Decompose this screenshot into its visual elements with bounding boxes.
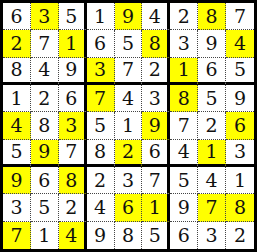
sudoku-cell-r7c2[interactable]: 6 [31,167,59,194]
sudoku-cell-r1c2[interactable]: 3 [31,3,59,30]
sudoku-cell-r4c1[interactable]: 1 [3,85,31,112]
sudoku-cell-r6c7[interactable]: 4 [170,140,198,167]
sudoku-cell-r8c5[interactable]: 6 [115,194,143,221]
sudoku-cell-r9c2[interactable]: 1 [31,222,59,249]
sudoku-cell-r9c9[interactable]: 2 [226,222,254,249]
sudoku-cell-r7c8[interactable]: 4 [198,167,226,194]
sudoku-cell-r8c1[interactable]: 3 [3,194,31,221]
sudoku-cell-r7c4[interactable]: 2 [87,167,115,194]
sudoku-cell-r3c2[interactable]: 4 [31,58,59,85]
sudoku-cell-r3c6[interactable]: 2 [142,58,170,85]
sudoku-cell-r1c6[interactable]: 4 [142,3,170,30]
sudoku-cell-r5c2[interactable]: 8 [31,112,59,139]
sudoku-cell-r4c4[interactable]: 7 [87,85,115,112]
sudoku-cell-r3c4[interactable]: 3 [87,58,115,85]
sudoku-cell-r6c6[interactable]: 6 [142,140,170,167]
sudoku-cell-r5c7[interactable]: 7 [170,112,198,139]
sudoku-cell-r4c9[interactable]: 9 [226,85,254,112]
sudoku-cell-r6c9[interactable]: 3 [226,140,254,167]
sudoku-cell-r7c6[interactable]: 7 [142,167,170,194]
sudoku-cell-r2c9[interactable]: 4 [226,30,254,57]
sudoku-cell-r9c6[interactable]: 5 [142,222,170,249]
sudoku-cell-r2c6[interactable]: 8 [142,30,170,57]
sudoku-cell-r2c4[interactable]: 6 [87,30,115,57]
sudoku-cell-r6c5[interactable]: 2 [115,140,143,167]
sudoku-cell-r6c4[interactable]: 8 [87,140,115,167]
sudoku-cell-r8c6[interactable]: 1 [142,194,170,221]
sudoku-cell-r2c7[interactable]: 3 [170,30,198,57]
sudoku-cell-r3c3[interactable]: 9 [59,58,87,85]
sudoku-cell-r4c2[interactable]: 2 [31,85,59,112]
sudoku-cell-r1c7[interactable]: 2 [170,3,198,30]
sudoku-cell-r4c7[interactable]: 8 [170,85,198,112]
sudoku-cell-r9c4[interactable]: 9 [87,222,115,249]
sudoku-cell-r6c1[interactable]: 5 [3,140,31,167]
sudoku-cell-r5c8[interactable]: 2 [198,112,226,139]
sudoku-cell-r2c3[interactable]: 1 [59,30,87,57]
sudoku-cell-r3c5[interactable]: 7 [115,58,143,85]
sudoku-cell-r5c3[interactable]: 3 [59,112,87,139]
sudoku-cell-r4c3[interactable]: 6 [59,85,87,112]
sudoku-cell-r8c7[interactable]: 9 [170,194,198,221]
sudoku-cell-r4c5[interactable]: 4 [115,85,143,112]
sudoku-cell-r6c3[interactable]: 7 [59,140,87,167]
sudoku-cell-r1c9[interactable]: 7 [226,3,254,30]
sudoku-cell-r7c5[interactable]: 3 [115,167,143,194]
sudoku-cell-r8c3[interactable]: 2 [59,194,87,221]
sudoku-cell-r9c1[interactable]: 7 [3,222,31,249]
sudoku-cell-r9c3[interactable]: 4 [59,222,87,249]
sudoku-cell-r2c2[interactable]: 7 [31,30,59,57]
sudoku-cell-r1c5[interactable]: 9 [115,3,143,30]
sudoku-cell-r8c4[interactable]: 4 [87,194,115,221]
sudoku-board: 6351942872716583948493721651267438594835… [0,0,257,252]
sudoku-cell-r5c5[interactable]: 1 [115,112,143,139]
sudoku-cell-r2c8[interactable]: 9 [198,30,226,57]
sudoku-cell-r3c1[interactable]: 8 [3,58,31,85]
sudoku-cell-r9c7[interactable]: 6 [170,222,198,249]
sudoku-cell-r4c8[interactable]: 5 [198,85,226,112]
sudoku-cell-r3c8[interactable]: 6 [198,58,226,85]
sudoku-cell-r8c8[interactable]: 7 [198,194,226,221]
sudoku-cell-r6c8[interactable]: 1 [198,140,226,167]
sudoku-cell-r2c1[interactable]: 2 [3,30,31,57]
sudoku-cell-r2c5[interactable]: 5 [115,30,143,57]
sudoku-cell-r5c1[interactable]: 4 [3,112,31,139]
sudoku-cell-r7c9[interactable]: 1 [226,167,254,194]
sudoku-cell-r3c9[interactable]: 5 [226,58,254,85]
sudoku-cell-r1c3[interactable]: 5 [59,3,87,30]
sudoku-cell-r5c4[interactable]: 5 [87,112,115,139]
sudoku-cell-r1c4[interactable]: 1 [87,3,115,30]
sudoku-cell-r3c7[interactable]: 1 [170,58,198,85]
sudoku-cell-r5c9[interactable]: 6 [226,112,254,139]
sudoku-cell-r7c1[interactable]: 9 [3,167,31,194]
sudoku-cell-r7c3[interactable]: 8 [59,167,87,194]
sudoku-cell-r5c6[interactable]: 9 [142,112,170,139]
sudoku-cell-r4c6[interactable]: 3 [142,85,170,112]
sudoku-cell-r8c9[interactable]: 8 [226,194,254,221]
sudoku-cell-r6c2[interactable]: 9 [31,140,59,167]
sudoku-cell-r9c5[interactable]: 8 [115,222,143,249]
sudoku-cell-r1c8[interactable]: 8 [198,3,226,30]
sudoku-cell-r1c1[interactable]: 6 [3,3,31,30]
sudoku-cell-r7c7[interactable]: 5 [170,167,198,194]
sudoku-cell-r9c8[interactable]: 3 [198,222,226,249]
sudoku-cell-r8c2[interactable]: 5 [31,194,59,221]
